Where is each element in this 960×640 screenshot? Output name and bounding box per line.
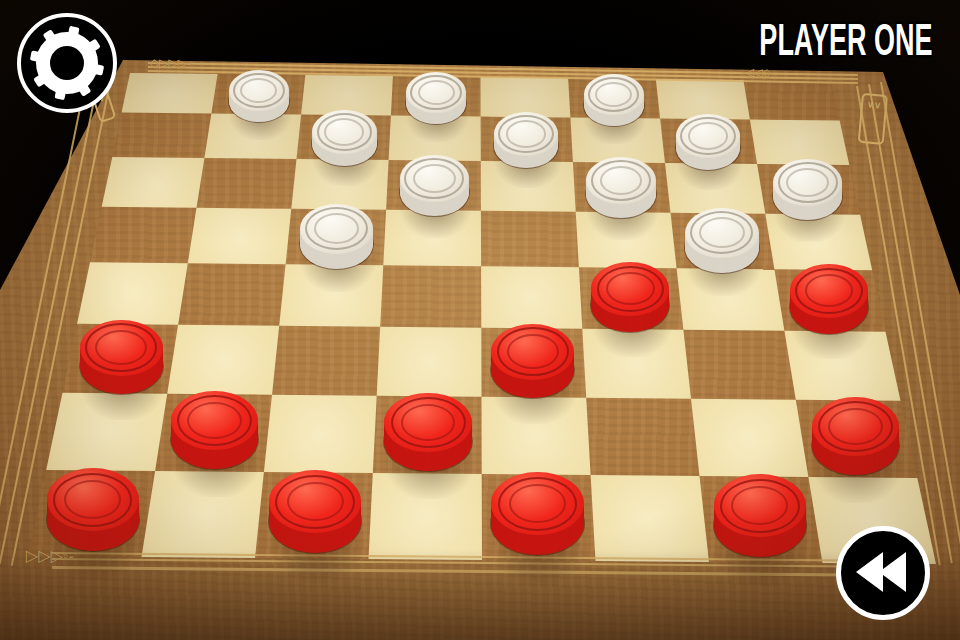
- gear-tooth: [90, 63, 104, 75]
- piece-top-face: [491, 472, 583, 535]
- piece-top-face: [269, 470, 361, 533]
- piece-top-face: [406, 72, 466, 113]
- checker-red[interactable]: [47, 468, 139, 551]
- piece-top-face: [47, 468, 139, 531]
- gear-ring: [36, 32, 98, 94]
- pieces-layer: [0, 0, 960, 640]
- game-screen: ◇▷▷▷‐‐◁◁◇▷▷▷◦‐∨∨∨ PLAYER ONE: [0, 0, 960, 640]
- checker-white[interactable]: [584, 74, 644, 126]
- piece-top-face: [812, 397, 900, 457]
- gear-tooth: [54, 86, 66, 100]
- checker-red[interactable]: [80, 320, 163, 394]
- checker-white[interactable]: [406, 72, 466, 124]
- checker-white[interactable]: [494, 112, 559, 168]
- checker-red[interactable]: [171, 391, 259, 469]
- checker-red[interactable]: [384, 393, 472, 471]
- piece-top-face: [171, 391, 259, 451]
- checker-white[interactable]: [685, 208, 759, 273]
- piece-top-face: [584, 74, 644, 115]
- checker-white[interactable]: [676, 114, 741, 170]
- piece-top-face: [714, 474, 806, 537]
- checker-white[interactable]: [586, 157, 655, 218]
- checker-red[interactable]: [714, 474, 806, 557]
- gear-tooth: [30, 50, 44, 62]
- checker-red[interactable]: [812, 397, 900, 475]
- checker-red[interactable]: [491, 324, 574, 398]
- checker-white[interactable]: [400, 155, 469, 216]
- piece-top-face: [494, 112, 559, 156]
- piece-top-face: [312, 110, 377, 154]
- checker-white[interactable]: [229, 70, 289, 122]
- piece-top-face: [591, 262, 669, 315]
- checker-white[interactable]: [300, 204, 374, 269]
- piece-top-face: [80, 320, 163, 376]
- undo-button[interactable]: [836, 526, 930, 620]
- checker-red[interactable]: [269, 470, 361, 553]
- piece-top-face: [586, 157, 655, 204]
- piece-top-face: [676, 114, 741, 158]
- checker-red[interactable]: [591, 262, 669, 332]
- settings-button[interactable]: [17, 13, 117, 113]
- piece-top-face: [491, 324, 574, 380]
- checker-red[interactable]: [790, 264, 868, 334]
- rewind-icon: [879, 552, 906, 592]
- piece-top-face: [685, 208, 759, 258]
- piece-top-face: [300, 204, 374, 254]
- checker-white[interactable]: [773, 159, 842, 220]
- piece-top-face: [384, 393, 472, 453]
- checker-red[interactable]: [491, 472, 583, 555]
- piece-top-face: [790, 264, 868, 317]
- piece-top-face: [229, 70, 289, 111]
- piece-top-face: [400, 155, 469, 202]
- checker-white[interactable]: [312, 110, 377, 166]
